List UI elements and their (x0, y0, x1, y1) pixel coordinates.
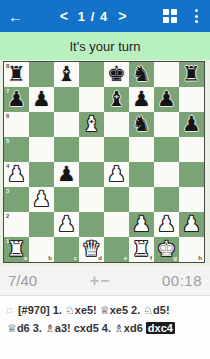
move-token[interactable]: ♕d6 (7, 322, 30, 334)
square-g6[interactable] (154, 112, 179, 137)
move-token[interactable]: 4. (102, 322, 111, 334)
app-bar: ← < 1 / 4 > (0, 0, 210, 32)
bottom-toolbar: 7/40 + − 00:18 (0, 266, 210, 296)
square-e1[interactable]: e (104, 237, 129, 262)
square-b7[interactable]: ♟ (29, 87, 54, 112)
move-token[interactable]: 2. (131, 304, 140, 316)
file-label: h (198, 255, 202, 261)
move-token[interactable]: dxc4 (146, 322, 175, 334)
square-d5[interactable] (79, 137, 104, 162)
progress-counter: 7/40 (8, 272, 37, 289)
black-bishop-c8: ♝ (54, 62, 79, 87)
board-area: 8♜♝♚♞♜7♟♟♝♟♟6♝♞♟54♟♟♟3♟2♟♟♟♟1a♜bcd♛ef♜g♚… (0, 60, 210, 266)
overflow-menu-icon[interactable] (193, 7, 200, 25)
square-f1[interactable]: f♜ (129, 237, 154, 262)
status-bar: It's your turn (0, 32, 210, 60)
square-g4[interactable] (154, 162, 179, 187)
square-c3[interactable] (54, 187, 79, 212)
square-f6[interactable]: ♞ (129, 112, 154, 137)
square-b5[interactable] (29, 137, 54, 162)
square-b3[interactable]: ♟ (29, 187, 54, 212)
increase-button[interactable]: + (90, 273, 99, 289)
square-c6[interactable] (54, 112, 79, 137)
decrease-button[interactable]: − (100, 273, 109, 289)
square-h1[interactable]: h (179, 237, 204, 262)
square-c5[interactable] (54, 137, 79, 162)
square-f3[interactable] (129, 187, 154, 212)
square-d1[interactable]: d♛ (79, 237, 104, 262)
square-a5[interactable]: 5 (4, 137, 29, 162)
square-b2[interactable] (29, 212, 54, 237)
file-label: g (173, 255, 177, 261)
black-rook-h8: ♜ (179, 62, 204, 87)
rank-label: 1 (6, 238, 9, 244)
square-d8[interactable] (79, 62, 104, 87)
black-pawn-f7: ♟ (129, 87, 154, 112)
white-pawn-g2: ♟ (154, 212, 179, 237)
square-h4[interactable] (179, 162, 204, 187)
move-token[interactable]: ♕xe5 (100, 304, 128, 316)
chess-board[interactable]: 8♜♝♚♞♜7♟♟♝♟♟6♝♞♟54♟♟♟3♟2♟♟♟♟1a♜bcd♛ef♜g♚… (3, 61, 205, 263)
square-c1[interactable]: c (54, 237, 79, 262)
rank-label: 3 (6, 188, 9, 194)
app-screen: ← < 1 / 4 > It's your turn 8♜♝♚♞♜7♟♟♝♟♟6… (0, 0, 210, 359)
move-token[interactable]: 1. (53, 304, 62, 316)
square-a2[interactable]: 2 (4, 212, 29, 237)
square-e3[interactable] (104, 187, 129, 212)
square-e2[interactable] (104, 212, 129, 237)
square-a4[interactable]: 4♟ (4, 162, 29, 187)
square-g3[interactable] (154, 187, 179, 212)
rank-label: 6 (6, 113, 9, 119)
square-a1[interactable]: 1a♜ (4, 237, 29, 262)
timer: 00:18 (162, 272, 202, 289)
black-king-e8: ♚ (104, 62, 129, 87)
figurine-icon: ♗ (45, 322, 55, 335)
puzzle-nav-label: 1 / 4 (78, 9, 108, 24)
square-e4[interactable]: ♟ (104, 162, 129, 187)
black-pawn-g7: ♟ (154, 87, 179, 112)
square-a6[interactable]: 6 (4, 112, 29, 137)
square-b4[interactable] (29, 162, 54, 187)
move-token[interactable]: ♘xe5! (65, 304, 97, 316)
square-e8[interactable]: ♚ (104, 62, 129, 87)
square-c2[interactable]: ♟ (54, 212, 79, 237)
file-label: b (48, 255, 52, 261)
figurine-icon: ♗ (114, 322, 124, 335)
file-label: d (98, 255, 102, 261)
square-g1[interactable]: g♚ (154, 237, 179, 262)
move-token[interactable]: 3. (33, 322, 42, 334)
figurine-icon: ♘ (143, 304, 153, 317)
square-d3[interactable] (79, 187, 104, 212)
square-h7[interactable] (179, 87, 204, 112)
figurine-icon: ♕ (100, 304, 110, 317)
back-arrow-icon[interactable]: ← (8, 8, 23, 25)
move-token[interactable]: ♗a3! (45, 322, 71, 334)
square-h2[interactable]: ♟ (179, 212, 204, 237)
white-queen-d1: ♛ (79, 237, 104, 262)
move-token[interactable]: ♘d5! (143, 304, 169, 316)
square-c8[interactable]: ♝ (54, 62, 79, 87)
prev-puzzle-button[interactable]: < (60, 9, 68, 23)
square-f2[interactable]: ♟ (129, 212, 154, 237)
puzzle-id[interactable]: [#970] (18, 304, 50, 316)
square-h6[interactable]: ♟ (179, 112, 204, 137)
white-pawn-e4: ♟ (104, 162, 129, 187)
grid-view-icon[interactable] (163, 9, 177, 23)
black-pawn-a7: ♟ (4, 87, 29, 112)
square-a7[interactable]: 7♟ (4, 87, 29, 112)
square-h3[interactable] (179, 187, 204, 212)
square-e6[interactable] (104, 112, 129, 137)
black-knight-f8: ♞ (129, 62, 154, 87)
black-bishop-e7: ♝ (104, 87, 129, 112)
white-pawn-c2: ♟ (54, 212, 79, 237)
square-f4[interactable] (129, 162, 154, 187)
white-bishop-d6: ♝ (79, 112, 104, 137)
black-pawn-c4: ♟ (54, 162, 79, 187)
black-pawn-h6: ♟ (179, 112, 204, 137)
black-rook-a8: ♜ (4, 62, 29, 87)
square-f8[interactable]: ♞ (129, 62, 154, 87)
square-a3[interactable]: 3 (4, 187, 29, 212)
rank-label: 4 (6, 163, 9, 169)
white-pawn-h2: ♟ (179, 212, 204, 237)
square-b1[interactable]: b (29, 237, 54, 262)
white-pawn-a4: ♟ (4, 162, 29, 187)
figurine-icon: ♘ (65, 304, 75, 317)
square-d4[interactable] (79, 162, 104, 187)
square-a8[interactable]: 8♜ (4, 62, 29, 87)
square-b6[interactable] (29, 112, 54, 137)
square-g5[interactable] (154, 137, 179, 162)
square-d6[interactable]: ♝ (79, 112, 104, 137)
rank-label: 2 (6, 213, 9, 219)
figurine-icon: ♕ (7, 322, 17, 335)
result-marker-icon: □ (7, 306, 12, 315)
square-c4[interactable]: ♟ (54, 162, 79, 187)
file-label: c (74, 255, 77, 261)
rank-label: 5 (6, 138, 9, 144)
square-f7[interactable]: ♟ (129, 87, 154, 112)
moves-panel: □ [#970]1.♘xe5!♕xe52.♘d5!♕d63.♗a3!cxd54.… (0, 296, 210, 359)
black-pawn-b7: ♟ (29, 87, 54, 112)
next-puzzle-button[interactable]: > (118, 9, 126, 23)
square-g7[interactable]: ♟ (154, 87, 179, 112)
square-c7[interactable] (54, 87, 79, 112)
file-label: a (24, 255, 27, 261)
square-f5[interactable] (129, 137, 154, 162)
white-king-g1: ♚ (154, 237, 179, 262)
white-rook-f1: ♜ (129, 237, 154, 262)
square-e5[interactable] (104, 137, 129, 162)
square-d7[interactable] (79, 87, 104, 112)
black-knight-f6: ♞ (129, 112, 154, 137)
move-token[interactable]: ♗xd6 (114, 322, 143, 334)
square-g2[interactable]: ♟ (154, 212, 179, 237)
white-pawn-f2: ♟ (129, 212, 154, 237)
square-b8[interactable] (29, 62, 54, 87)
rank-label: 8 (6, 63, 9, 69)
white-rook-a1: ♜ (4, 237, 29, 262)
status-message: It's your turn (69, 39, 140, 54)
square-d2[interactable] (79, 212, 104, 237)
square-h8[interactable]: ♜ (179, 62, 204, 87)
move-token[interactable]: cxd5 (74, 322, 99, 334)
file-label: f (150, 255, 152, 261)
file-label: e (124, 255, 127, 261)
square-h5[interactable] (179, 137, 204, 162)
white-pawn-b3: ♟ (29, 187, 54, 212)
board-size-controls: + − (90, 273, 110, 289)
rank-label: 7 (6, 88, 9, 94)
square-e7[interactable]: ♝ (104, 87, 129, 112)
puzzle-navigation: < 1 / 4 > (60, 9, 127, 24)
square-g8[interactable] (154, 62, 179, 87)
